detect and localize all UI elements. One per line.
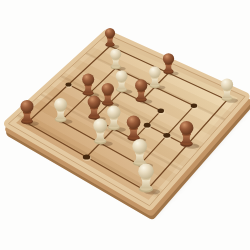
point-f4[interactable] — [163, 133, 170, 138]
peg-head — [93, 119, 107, 133]
nine-mens-morris-board — [0, 0, 250, 250]
board-photo-scene — [0, 0, 250, 250]
peg-head — [54, 98, 67, 111]
peg-head — [105, 28, 115, 38]
point-e4[interactable] — [144, 123, 151, 128]
peg-head — [221, 78, 233, 90]
peg-head — [127, 115, 141, 129]
peg-head — [132, 139, 147, 154]
peg-head — [116, 70, 128, 82]
peg-head — [82, 73, 94, 85]
peg-head — [102, 83, 114, 95]
peg-head — [110, 49, 121, 60]
peg-head — [180, 121, 194, 135]
peg-head — [138, 163, 154, 179]
peg-head — [149, 66, 161, 78]
peg-head — [135, 79, 147, 91]
point-a4[interactable] — [65, 82, 71, 86]
point-f6[interactable] — [191, 104, 197, 108]
peg-head — [88, 96, 101, 109]
peg-head — [163, 53, 174, 64]
point-e5[interactable] — [158, 109, 165, 114]
peg-head — [20, 100, 33, 113]
point-d1[interactable] — [83, 154, 90, 159]
peg-head — [107, 105, 120, 118]
